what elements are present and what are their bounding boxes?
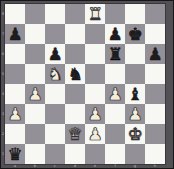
square-c2[interactable] (45, 124, 65, 144)
square-c1[interactable] (45, 144, 65, 164)
piece-white-pawn-b4[interactable]: ♟ (25, 84, 45, 104)
square-h4[interactable] (145, 84, 165, 104)
square-b4[interactable]: ♟ (25, 84, 45, 104)
square-d2[interactable]: ♛ (65, 124, 85, 144)
square-e4[interactable] (85, 84, 105, 104)
square-c6[interactable]: ♟ (45, 44, 65, 64)
square-h1[interactable] (145, 144, 165, 164)
square-d3[interactable] (65, 104, 85, 124)
square-a5[interactable] (5, 64, 25, 84)
square-h8[interactable] (145, 4, 165, 24)
square-b3[interactable] (25, 104, 45, 124)
square-f2[interactable] (105, 124, 125, 144)
square-f7[interactable]: ♟ (105, 24, 125, 44)
square-c7[interactable] (45, 24, 65, 44)
square-g7[interactable]: ♚ (125, 24, 145, 44)
square-h2[interactable] (145, 124, 165, 144)
square-g1[interactable] (125, 144, 145, 164)
square-e2[interactable]: ♟ (85, 124, 105, 144)
chess-board: ♜♟♟♚♟♜♟♞♞♟♟♝♟♟♟♛♟♚♛ (5, 4, 165, 164)
square-c8[interactable] (45, 4, 65, 24)
square-b7[interactable] (25, 24, 45, 44)
square-c3[interactable] (45, 104, 65, 124)
piece-white-king-g2[interactable]: ♚ (125, 124, 145, 144)
square-e1[interactable] (85, 144, 105, 164)
square-f6[interactable]: ♜ (105, 44, 125, 64)
piece-black-knight-d5[interactable]: ♞ (65, 64, 85, 84)
square-e7[interactable] (85, 24, 105, 44)
square-d4[interactable] (65, 84, 85, 104)
square-g6[interactable] (125, 44, 145, 64)
square-d8[interactable] (65, 4, 85, 24)
piece-white-pawn-e3[interactable]: ♟ (85, 104, 105, 124)
piece-white-rook-e8[interactable]: ♜ (85, 4, 105, 24)
square-b8[interactable] (25, 4, 45, 24)
piece-white-pawn-e2[interactable]: ♟ (85, 124, 105, 144)
square-a4[interactable] (5, 84, 25, 104)
piece-white-queen-d2[interactable]: ♛ (65, 124, 85, 144)
chess-board-window: ♜♟♟♚♟♜♟♞♞♟♟♝♟♟♟♛♟♚♛ 87654321abcdefgh (0, 0, 174, 169)
piece-black-pawn-f7[interactable]: ♟ (105, 24, 125, 44)
square-f4[interactable]: ♟ (105, 84, 125, 104)
piece-black-queen-a1[interactable]: ♛ (5, 144, 25, 164)
piece-white-pawn-f4[interactable]: ♟ (105, 84, 125, 104)
square-g5[interactable] (125, 64, 145, 84)
piece-white-pawn-a3[interactable]: ♟ (5, 104, 25, 124)
piece-white-knight-c5[interactable]: ♞ (45, 64, 65, 84)
piece-black-king-g7[interactable]: ♚ (125, 24, 145, 44)
piece-black-pawn-a7[interactable]: ♟ (5, 24, 25, 44)
square-g2[interactable]: ♚ (125, 124, 145, 144)
square-e6[interactable] (85, 44, 105, 64)
square-d7[interactable] (65, 24, 85, 44)
square-e8[interactable]: ♜ (85, 4, 105, 24)
square-f3[interactable] (105, 104, 125, 124)
piece-black-rook-f6[interactable]: ♜ (105, 44, 125, 64)
square-a1[interactable]: ♛ (5, 144, 25, 164)
square-a7[interactable]: ♟ (5, 24, 25, 44)
square-d6[interactable] (65, 44, 85, 64)
square-f5[interactable] (105, 64, 125, 84)
square-b2[interactable] (25, 124, 45, 144)
square-g3[interactable]: ♟ (125, 104, 145, 124)
piece-black-bishop-g4[interactable]: ♝ (125, 84, 145, 104)
square-h6[interactable]: ♟ (145, 44, 165, 64)
square-f1[interactable] (105, 144, 125, 164)
square-c5[interactable]: ♞ (45, 64, 65, 84)
square-g8[interactable] (125, 4, 145, 24)
square-b6[interactable] (25, 44, 45, 64)
square-h5[interactable] (145, 64, 165, 84)
square-f8[interactable] (105, 4, 125, 24)
square-d1[interactable] (65, 144, 85, 164)
square-g4[interactable]: ♝ (125, 84, 145, 104)
square-a6[interactable] (5, 44, 25, 64)
piece-black-pawn-h6[interactable]: ♟ (145, 44, 165, 64)
square-e3[interactable]: ♟ (85, 104, 105, 124)
square-h7[interactable] (145, 24, 165, 44)
square-c4[interactable] (45, 84, 65, 104)
square-a3[interactable]: ♟ (5, 104, 25, 124)
square-b5[interactable] (25, 64, 45, 84)
square-h3[interactable] (145, 104, 165, 124)
square-b1[interactable] (25, 144, 45, 164)
square-a8[interactable] (5, 4, 25, 24)
square-e5[interactable] (85, 64, 105, 84)
piece-white-pawn-g3[interactable]: ♟ (125, 104, 145, 124)
square-d5[interactable]: ♞ (65, 64, 85, 84)
piece-black-pawn-c6[interactable]: ♟ (45, 44, 65, 64)
square-a2[interactable] (5, 124, 25, 144)
